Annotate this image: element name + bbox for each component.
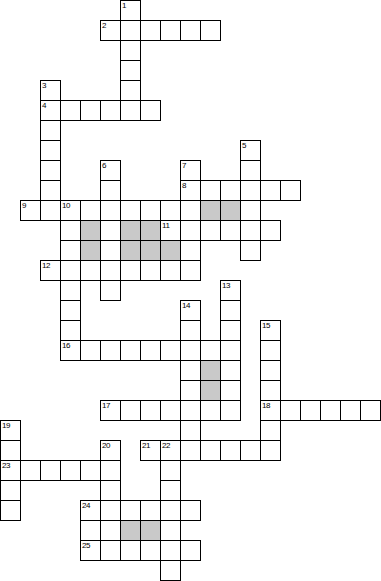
grid-cell[interactable] (20, 460, 41, 481)
grid-cell[interactable] (160, 460, 181, 481)
grid-cell[interactable] (180, 260, 201, 281)
grid-cell[interactable] (260, 220, 281, 241)
grid-cell[interactable] (180, 360, 201, 381)
grid-cell[interactable] (100, 200, 121, 221)
grid-cell[interactable] (40, 140, 61, 161)
grid-cell[interactable] (20, 200, 41, 221)
grid-cell[interactable] (60, 320, 81, 341)
grid-cell[interactable] (180, 200, 201, 221)
grid-cell[interactable] (180, 400, 201, 421)
grid-cell[interactable] (0, 480, 21, 501)
grid-cell[interactable] (100, 540, 121, 561)
grid-cell[interactable] (260, 180, 281, 201)
grid-cell[interactable] (140, 100, 161, 121)
grid-cell[interactable] (220, 280, 241, 301)
grid-cell[interactable] (80, 460, 101, 481)
grid-cell[interactable] (240, 220, 261, 241)
grid-cell[interactable] (280, 400, 301, 421)
grid-cell[interactable] (60, 280, 81, 301)
grid-cell[interactable] (80, 200, 101, 221)
grid-cell[interactable] (120, 100, 141, 121)
grid-cell[interactable] (100, 400, 121, 421)
grid-cell[interactable] (240, 140, 261, 161)
grid-cell[interactable] (200, 220, 221, 241)
grid-cell[interactable] (40, 100, 61, 121)
grid-cell[interactable] (0, 500, 21, 521)
grid-cell[interactable] (140, 500, 161, 521)
grid-cell[interactable] (220, 340, 241, 361)
grid-cell[interactable] (60, 460, 81, 481)
crossword-board: 1234567891011121314151617181920212223242… (0, 0, 381, 581)
grid-cell[interactable] (120, 20, 141, 41)
grid-cell[interactable] (100, 20, 121, 41)
grid-cell-shaded[interactable] (140, 520, 161, 541)
grid-cell[interactable] (140, 400, 161, 421)
grid-cell[interactable] (100, 440, 121, 461)
grid-cell[interactable] (80, 520, 101, 541)
grid-cell-shaded[interactable] (220, 200, 241, 221)
grid-cell[interactable] (180, 320, 201, 341)
grid-cell[interactable] (260, 400, 281, 421)
grid-cell[interactable] (200, 180, 221, 201)
grid-cell[interactable] (40, 160, 61, 181)
grid-cell-shaded[interactable] (200, 380, 221, 401)
grid-cell[interactable] (40, 200, 61, 221)
grid-cell[interactable] (40, 260, 61, 281)
grid-cell[interactable] (220, 300, 241, 321)
grid-cell[interactable] (100, 160, 121, 181)
grid-cell-shaded[interactable] (200, 200, 221, 221)
grid-cell[interactable] (180, 300, 201, 321)
grid-cell[interactable] (100, 460, 121, 481)
grid-cell[interactable] (100, 520, 121, 541)
grid-cell[interactable] (0, 440, 21, 461)
grid-cell[interactable] (100, 220, 121, 241)
grid-cell-shaded[interactable] (140, 240, 161, 261)
grid-cell[interactable] (140, 340, 161, 361)
grid-cell[interactable] (160, 20, 181, 41)
grid-cell[interactable] (180, 540, 201, 561)
grid-cell[interactable] (40, 180, 61, 201)
grid-cell[interactable] (120, 260, 141, 281)
grid-cell-shaded[interactable] (80, 220, 101, 241)
grid-cell[interactable] (160, 480, 181, 501)
grid-cell[interactable] (220, 440, 241, 461)
grid-cell[interactable] (100, 260, 121, 281)
grid-cell[interactable] (140, 540, 161, 561)
grid-cell[interactable] (220, 320, 241, 341)
grid-cell[interactable] (260, 340, 281, 361)
grid-cell[interactable] (180, 220, 201, 241)
grid-cell[interactable] (300, 400, 321, 421)
grid-cell[interactable] (100, 280, 121, 301)
grid-cell[interactable] (60, 300, 81, 321)
grid-cell[interactable] (40, 460, 61, 481)
grid-cell[interactable] (240, 200, 261, 221)
grid-cell[interactable] (180, 180, 201, 201)
grid-cell[interactable] (240, 440, 261, 461)
grid-cell-shaded[interactable] (120, 220, 141, 241)
grid-cell[interactable] (200, 340, 221, 361)
grid-cell[interactable] (160, 540, 181, 561)
grid-cell[interactable] (160, 520, 181, 541)
grid-cell[interactable] (200, 440, 221, 461)
grid-cell[interactable] (240, 240, 261, 261)
grid-cell[interactable] (360, 400, 381, 421)
grid-cell[interactable] (120, 540, 141, 561)
grid-cell[interactable] (80, 260, 101, 281)
grid-cell[interactable] (60, 260, 81, 281)
grid-cell[interactable] (220, 180, 241, 201)
grid-cell-shaded[interactable] (140, 220, 161, 241)
grid-cell[interactable] (320, 400, 341, 421)
grid-cell[interactable] (140, 200, 161, 221)
grid-cell[interactable] (220, 360, 241, 381)
grid-cell[interactable] (60, 200, 81, 221)
grid-cell[interactable] (140, 260, 161, 281)
grid-cell[interactable] (280, 180, 301, 201)
grid-cell[interactable] (40, 120, 61, 141)
grid-cell[interactable] (340, 400, 361, 421)
grid-cell-shaded[interactable] (120, 240, 141, 261)
grid-cell[interactable] (100, 340, 121, 361)
grid-cell[interactable] (60, 100, 81, 121)
grid-cell[interactable] (180, 160, 201, 181)
grid-cell[interactable] (120, 40, 141, 61)
grid-cell[interactable] (180, 240, 201, 261)
grid-cell[interactable] (120, 0, 141, 21)
grid-cell[interactable] (260, 380, 281, 401)
grid-cell[interactable] (140, 20, 161, 41)
grid-cell[interactable] (60, 220, 81, 241)
grid-cell[interactable] (180, 500, 201, 521)
grid-cell[interactable] (160, 440, 181, 461)
grid-cell[interactable] (160, 500, 181, 521)
grid-cell[interactable] (160, 340, 181, 361)
grid-cell[interactable] (100, 500, 121, 521)
grid-cell[interactable] (120, 500, 141, 521)
grid-cell[interactable] (180, 440, 201, 461)
grid-cell[interactable] (120, 340, 141, 361)
grid-cell[interactable] (160, 220, 181, 241)
grid-cell[interactable] (160, 400, 181, 421)
grid-cell-shaded[interactable] (200, 360, 221, 381)
grid-cell[interactable] (260, 440, 281, 461)
grid-cell[interactable] (220, 220, 241, 241)
grid-cell[interactable] (80, 500, 101, 521)
grid-cell[interactable] (180, 420, 201, 441)
grid-cell[interactable] (200, 400, 221, 421)
grid-cell[interactable] (160, 560, 181, 581)
grid-cell[interactable] (260, 420, 281, 441)
grid-cell[interactable] (100, 480, 121, 501)
grid-cell[interactable] (100, 240, 121, 261)
grid-cell[interactable] (160, 200, 181, 221)
grid-cell[interactable] (200, 20, 221, 41)
grid-cell[interactable] (260, 360, 281, 381)
grid-cell[interactable] (40, 80, 61, 101)
grid-cell[interactable] (160, 260, 181, 281)
grid-cell[interactable] (120, 400, 141, 421)
grid-cell[interactable] (120, 200, 141, 221)
grid-cell[interactable] (80, 540, 101, 561)
grid-cell[interactable] (120, 80, 141, 101)
grid-cell[interactable] (80, 100, 101, 121)
grid-cell[interactable] (220, 400, 241, 421)
grid-cell[interactable] (240, 180, 261, 201)
grid-cell-shaded[interactable] (120, 520, 141, 541)
grid-cell-shaded[interactable] (80, 240, 101, 261)
grid-cell[interactable] (60, 240, 81, 261)
grid-cell[interactable] (260, 320, 281, 341)
grid-cell[interactable] (120, 60, 141, 81)
grid-cell[interactable] (0, 420, 21, 441)
grid-cell[interactable] (180, 20, 201, 41)
grid-cell[interactable] (100, 100, 121, 121)
grid-cell-shaded[interactable] (160, 240, 181, 261)
grid-cell[interactable] (140, 440, 161, 461)
grid-cell[interactable] (0, 460, 21, 481)
grid-cell[interactable] (100, 180, 121, 201)
grid-cell[interactable] (220, 380, 241, 401)
grid-cell[interactable] (180, 340, 201, 361)
grid-cell[interactable] (80, 340, 101, 361)
grid-cell[interactable] (240, 160, 261, 181)
grid-cell[interactable] (180, 380, 201, 401)
grid-cell[interactable] (60, 340, 81, 361)
